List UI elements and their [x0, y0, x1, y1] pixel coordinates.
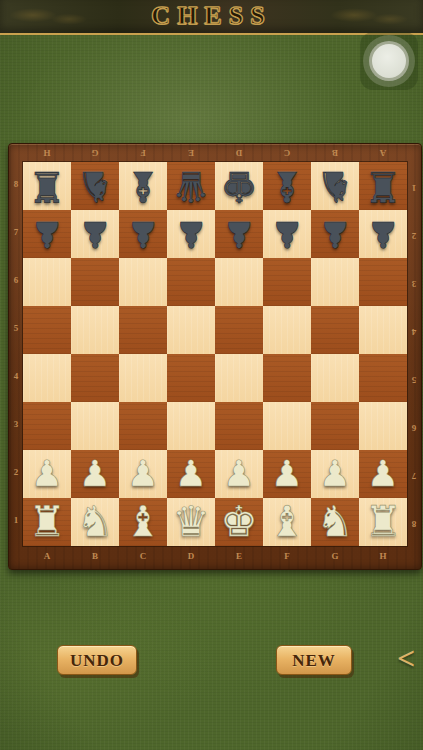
square-d1[interactable]: ♛ — [167, 498, 215, 546]
piece-black-pawn[interactable]: ♟ — [71, 210, 119, 258]
rank-label: 8 — [407, 498, 421, 546]
square-h4[interactable] — [359, 354, 407, 402]
board-grid: ♜♞♝♛♚♝♞♜♟♟♟♟♟♟♟♟♟♟♟♟♟♟♟♟♜♞♝♛♚♝♞♜ — [23, 162, 407, 546]
file-label: F — [119, 144, 167, 162]
square-f5[interactable] — [263, 306, 311, 354]
piece-white-queen[interactable]: ♛ — [167, 498, 215, 546]
square-f6[interactable] — [263, 258, 311, 306]
square-b8[interactable]: ♞ — [71, 162, 119, 210]
rank-label: 4 — [9, 354, 23, 402]
piece-white-pawn[interactable]: ♟ — [311, 450, 359, 498]
square-d2[interactable]: ♟ — [167, 450, 215, 498]
square-h2[interactable]: ♟ — [359, 450, 407, 498]
new-game-button[interactable]: NEW — [276, 645, 352, 675]
circle-button-icon — [372, 44, 406, 78]
square-g4[interactable] — [311, 354, 359, 402]
piece-black-pawn[interactable]: ♟ — [311, 210, 359, 258]
square-h8[interactable]: ♜ — [359, 162, 407, 210]
rank-label: 1 — [9, 498, 23, 546]
square-g5[interactable] — [311, 306, 359, 354]
square-b5[interactable] — [71, 306, 119, 354]
undo-button[interactable]: UNDO — [57, 645, 137, 675]
file-label: G — [71, 144, 119, 162]
piece-white-pawn[interactable]: ♟ — [167, 450, 215, 498]
chess-app-screen: CHESS ABCDEFGH ABCDEFGH 87654321 8765432… — [0, 0, 423, 750]
square-f8[interactable]: ♝ — [263, 162, 311, 210]
rank-label: 3 — [407, 258, 421, 306]
piece-black-knight[interactable]: ♞ — [71, 162, 119, 210]
piece-white-pawn[interactable]: ♟ — [23, 450, 71, 498]
square-e4[interactable] — [215, 354, 263, 402]
piece-white-pawn[interactable]: ♟ — [71, 450, 119, 498]
header-banner: CHESS — [0, 0, 423, 35]
square-a2[interactable]: ♟ — [23, 450, 71, 498]
square-d6[interactable] — [167, 258, 215, 306]
square-a8[interactable]: ♜ — [23, 162, 71, 210]
rank-label: 1 — [407, 162, 421, 210]
square-e1[interactable]: ♚ — [215, 498, 263, 546]
square-b1[interactable]: ♞ — [71, 498, 119, 546]
piece-black-pawn[interactable]: ♟ — [119, 210, 167, 258]
piece-black-rook[interactable]: ♜ — [23, 162, 71, 210]
square-g2[interactable]: ♟ — [311, 450, 359, 498]
square-a3[interactable] — [23, 402, 71, 450]
square-h1[interactable]: ♜ — [359, 498, 407, 546]
rank-labels-left: 87654321 — [9, 162, 23, 546]
piece-black-bishop[interactable]: ♝ — [119, 162, 167, 210]
rank-label: 6 — [407, 402, 421, 450]
piece-white-pawn[interactable]: ♟ — [119, 450, 167, 498]
piece-white-rook[interactable]: ♜ — [359, 498, 407, 546]
square-d3[interactable] — [167, 402, 215, 450]
square-f3[interactable] — [263, 402, 311, 450]
piece-black-pawn[interactable]: ♟ — [167, 210, 215, 258]
piece-black-queen[interactable]: ♛ — [167, 162, 215, 210]
square-b4[interactable] — [71, 354, 119, 402]
piece-black-bishop[interactable]: ♝ — [263, 162, 311, 210]
file-label: A — [359, 144, 407, 162]
piece-white-bishop[interactable]: ♝ — [263, 498, 311, 546]
file-label: B — [71, 546, 119, 569]
rank-label: 5 — [9, 306, 23, 354]
square-c4[interactable] — [119, 354, 167, 402]
piece-black-knight[interactable]: ♞ — [311, 162, 359, 210]
rank-label: 2 — [9, 450, 23, 498]
rank-label: 8 — [9, 162, 23, 210]
square-b3[interactable] — [71, 402, 119, 450]
square-a7[interactable]: ♟ — [23, 210, 71, 258]
square-b6[interactable] — [71, 258, 119, 306]
square-d7[interactable]: ♟ — [167, 210, 215, 258]
piece-white-pawn[interactable]: ♟ — [263, 450, 311, 498]
square-e3[interactable] — [215, 402, 263, 450]
file-label: E — [215, 546, 263, 569]
square-h5[interactable] — [359, 306, 407, 354]
square-d4[interactable] — [167, 354, 215, 402]
piece-white-pawn[interactable]: ♟ — [359, 450, 407, 498]
app-title: CHESS — [0, 1, 423, 31]
file-labels-bottom: ABCDEFGH — [23, 546, 407, 569]
piece-black-pawn[interactable]: ♟ — [263, 210, 311, 258]
file-label: D — [167, 546, 215, 569]
piece-white-pawn[interactable]: ♟ — [215, 450, 263, 498]
rank-label: 7 — [9, 210, 23, 258]
rank-labels-right: 87654321 — [407, 162, 421, 546]
square-g6[interactable] — [311, 258, 359, 306]
square-a4[interactable] — [23, 354, 71, 402]
square-a6[interactable] — [23, 258, 71, 306]
piece-white-knight[interactable]: ♞ — [311, 498, 359, 546]
file-label: C — [119, 546, 167, 569]
square-c7[interactable]: ♟ — [119, 210, 167, 258]
file-label: F — [263, 546, 311, 569]
rank-label: 4 — [407, 306, 421, 354]
rank-label: 5 — [407, 354, 421, 402]
square-f1[interactable]: ♝ — [263, 498, 311, 546]
chess-board: ABCDEFGH ABCDEFGH 87654321 87654321 ♜♞♝♛… — [8, 143, 422, 570]
piece-black-pawn[interactable]: ♟ — [359, 210, 407, 258]
square-h3[interactable] — [359, 402, 407, 450]
rank-label: 6 — [9, 258, 23, 306]
square-g1[interactable]: ♞ — [311, 498, 359, 546]
square-c6[interactable] — [119, 258, 167, 306]
rank-label: 3 — [9, 402, 23, 450]
piece-white-rook[interactable]: ♜ — [23, 498, 71, 546]
square-d5[interactable] — [167, 306, 215, 354]
square-e5[interactable] — [215, 306, 263, 354]
square-g8[interactable]: ♞ — [311, 162, 359, 210]
file-label: C — [263, 144, 311, 162]
rank-label: 7 — [407, 450, 421, 498]
square-d8[interactable]: ♛ — [167, 162, 215, 210]
square-b2[interactable]: ♟ — [71, 450, 119, 498]
square-e6[interactable] — [215, 258, 263, 306]
square-e8[interactable]: ♚ — [215, 162, 263, 210]
square-f4[interactable] — [263, 354, 311, 402]
piece-white-bishop[interactable]: ♝ — [119, 498, 167, 546]
circle-button-outer-ring — [363, 35, 415, 87]
square-h6[interactable] — [359, 258, 407, 306]
rank-label: 2 — [407, 210, 421, 258]
back-chevron-icon[interactable]: < — [393, 640, 419, 676]
square-f7[interactable]: ♟ — [263, 210, 311, 258]
piece-black-king[interactable]: ♚ — [215, 162, 263, 210]
piece-white-knight[interactable]: ♞ — [71, 498, 119, 546]
circle-button-mid-ring — [369, 41, 409, 81]
file-label: H — [23, 144, 71, 162]
file-labels-top: ABCDEFGH — [23, 144, 407, 162]
square-a1[interactable]: ♜ — [23, 498, 71, 546]
file-label: E — [167, 144, 215, 162]
piece-white-king[interactable]: ♚ — [215, 498, 263, 546]
square-c1[interactable]: ♝ — [119, 498, 167, 546]
square-f2[interactable]: ♟ — [263, 450, 311, 498]
piece-black-rook[interactable]: ♜ — [359, 162, 407, 210]
piece-black-pawn[interactable]: ♟ — [215, 210, 263, 258]
square-c3[interactable] — [119, 402, 167, 450]
square-c5[interactable] — [119, 306, 167, 354]
square-c2[interactable]: ♟ — [119, 450, 167, 498]
piece-black-pawn[interactable]: ♟ — [23, 210, 71, 258]
square-a5[interactable] — [23, 306, 71, 354]
file-label: H — [359, 546, 407, 569]
square-g3[interactable] — [311, 402, 359, 450]
file-label: D — [215, 144, 263, 162]
square-b7[interactable]: ♟ — [71, 210, 119, 258]
file-label: B — [311, 144, 359, 162]
file-label: A — [23, 546, 71, 569]
file-label: G — [311, 546, 359, 569]
square-e7[interactable]: ♟ — [215, 210, 263, 258]
square-g7[interactable]: ♟ — [311, 210, 359, 258]
square-e2[interactable]: ♟ — [215, 450, 263, 498]
square-h7[interactable]: ♟ — [359, 210, 407, 258]
floating-assistive-button[interactable] — [360, 32, 418, 90]
square-c8[interactable]: ♝ — [119, 162, 167, 210]
